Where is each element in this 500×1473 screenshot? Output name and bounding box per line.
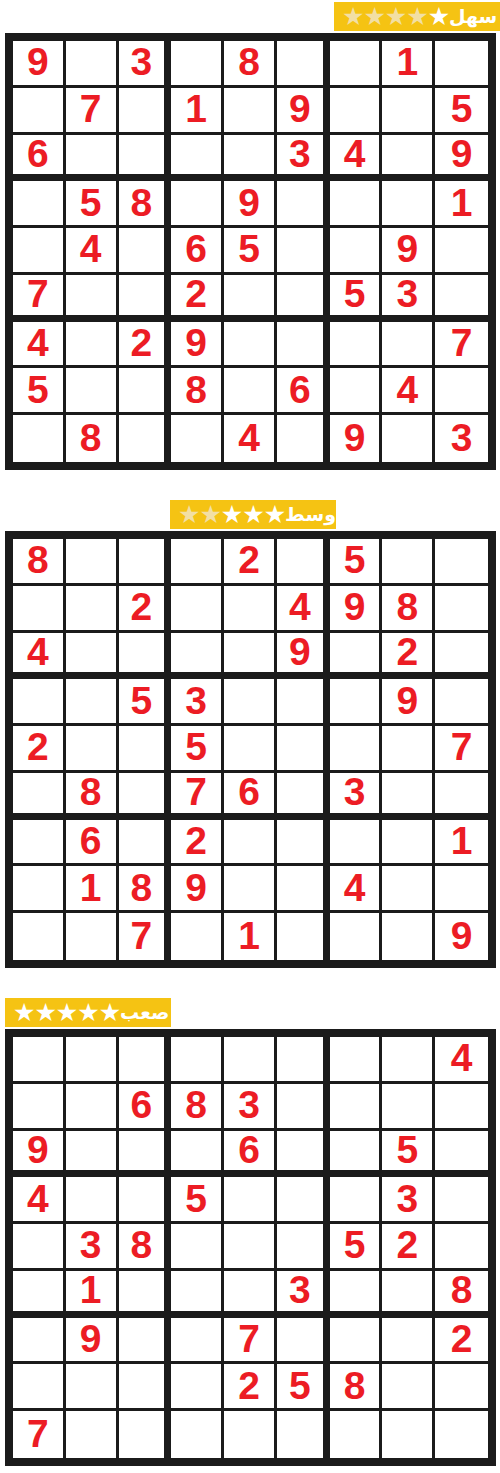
given-digit: 2 [396, 632, 418, 671]
cell-r4c3: 5 [119, 679, 172, 726]
cell-r7c5: 7 [224, 1318, 277, 1365]
cell-r5c3[interactable] [119, 228, 172, 275]
given-digit: 4 [289, 587, 311, 626]
difficulty-badge-hard: ★★★★★ صعب [5, 998, 171, 1027]
given-digit: 9 [289, 89, 311, 128]
cell-r5c8: 2 [382, 1224, 435, 1271]
cell-r8c7: 4 [330, 866, 383, 913]
cell-r9c9: 9 [435, 913, 488, 960]
cell-r3c4[interactable] [171, 633, 224, 680]
cell-r2c8[interactable] [382, 1084, 435, 1131]
given-digit: 5 [344, 274, 366, 313]
given-digit: 6 [238, 772, 260, 811]
cell-r3c8: 5 [382, 1131, 435, 1178]
given-digit: 4 [396, 370, 418, 409]
cell-r7c6[interactable] [277, 820, 330, 867]
star-filled-icon: ★ [428, 2, 449, 31]
cell-r3c6[interactable] [277, 1131, 330, 1178]
cell-r3c8: 2 [382, 633, 435, 680]
cell-r7c8[interactable] [382, 1318, 435, 1365]
cell-r7c9: 7 [435, 322, 488, 369]
cell-r6c6[interactable] [277, 773, 330, 820]
given-digit: 8 [131, 868, 153, 907]
cell-r6c3[interactable] [119, 275, 172, 322]
cell-r3c3[interactable] [119, 1131, 172, 1178]
cell-r6c7: 3 [330, 773, 383, 820]
cell-r6c8[interactable] [382, 773, 435, 820]
cell-r7c1[interactable] [13, 1318, 66, 1365]
given-digit: 2 [451, 1319, 473, 1358]
cell-r2c6[interactable] [277, 1084, 330, 1131]
cell-r1c9[interactable] [435, 539, 488, 586]
cell-r3c4[interactable] [171, 1131, 224, 1178]
cell-r6c4[interactable] [171, 1271, 224, 1318]
cell-r6c1[interactable] [13, 773, 66, 820]
cell-r6c5[interactable] [224, 275, 277, 322]
star-filled-icon: ★ [264, 500, 285, 529]
given-digit: 9 [80, 1319, 102, 1358]
cell-r3c2[interactable] [66, 1131, 119, 1178]
cell-r5c6[interactable] [277, 726, 330, 773]
cell-r6c9[interactable] [435, 773, 488, 820]
cell-r5c2[interactable] [66, 726, 119, 773]
cell-r6c8: 3 [382, 275, 435, 322]
cell-r8c9[interactable] [435, 368, 488, 415]
cell-r1c7[interactable] [330, 41, 383, 88]
cell-r6c7: 5 [330, 275, 383, 322]
given-digit: 1 [80, 1270, 102, 1309]
cell-r6c1[interactable] [13, 1271, 66, 1318]
cell-r7c4[interactable] [171, 1318, 224, 1365]
cell-r1c2[interactable] [66, 41, 119, 88]
cell-r9c3[interactable] [119, 415, 172, 462]
star-filled-icon: ★ [99, 998, 120, 1027]
cell-r4c9[interactable] [435, 679, 488, 726]
cell-r6c4: 2 [171, 275, 224, 322]
cell-r3c4[interactable] [171, 135, 224, 182]
cell-r2c3[interactable] [119, 88, 172, 135]
given-digit: 2 [185, 821, 207, 860]
cell-r6c2: 8 [66, 773, 119, 820]
cell-r1c5: 2 [224, 539, 277, 586]
cell-r6c5[interactable] [224, 1271, 277, 1318]
cell-r2c1[interactable] [13, 1084, 66, 1131]
cell-r2c2[interactable] [66, 1084, 119, 1131]
cell-r8c3[interactable] [119, 368, 172, 415]
cell-r6c3[interactable] [119, 1271, 172, 1318]
star-empty-icon: ★ [363, 2, 384, 31]
cell-r8c8[interactable] [382, 1364, 435, 1411]
cell-r4c3: 8 [119, 181, 172, 228]
cell-r5c5[interactable] [224, 726, 277, 773]
cell-r1c1[interactable] [13, 1037, 66, 1084]
cell-r1c8[interactable] [382, 1037, 435, 1084]
cell-r2c5[interactable] [224, 586, 277, 633]
cell-r5c6[interactable] [277, 1224, 330, 1271]
cell-r5c9[interactable] [435, 1224, 488, 1271]
cell-r8c3[interactable] [119, 1364, 172, 1411]
cell-r9c5: 4 [224, 415, 277, 462]
given-digit: 3 [289, 1270, 311, 1309]
cell-r1c8: 1 [382, 41, 435, 88]
cell-r3c2[interactable] [66, 135, 119, 182]
cell-r9c7[interactable] [330, 913, 383, 960]
cell-r9c4[interactable] [171, 913, 224, 960]
cell-r3c9[interactable] [435, 1131, 488, 1178]
given-digit: 8 [27, 540, 49, 579]
cell-r5c6[interactable] [277, 228, 330, 275]
given-digit: 6 [185, 229, 207, 268]
cell-r7c1[interactable] [13, 820, 66, 867]
cell-r1c5[interactable] [224, 1037, 277, 1084]
cell-r5c5: 5 [224, 228, 277, 275]
given-digit: 9 [396, 681, 418, 720]
cell-r9c4[interactable] [171, 415, 224, 462]
cell-r5c9[interactable] [435, 228, 488, 275]
cell-r8c8[interactable] [382, 866, 435, 913]
cell-r3c9[interactable] [435, 633, 488, 680]
cell-r4c4[interactable] [171, 181, 224, 228]
cell-r4c4: 5 [171, 1177, 224, 1224]
cell-r1c4[interactable] [171, 539, 224, 586]
cell-r4c9: 1 [435, 181, 488, 228]
given-digit: 8 [238, 42, 260, 81]
given-digit: 1 [451, 183, 473, 222]
cell-r6c2[interactable] [66, 275, 119, 322]
star-empty-icon: ★ [199, 500, 220, 529]
cell-r3c3[interactable] [119, 135, 172, 182]
star-filled-icon: ★ [242, 500, 263, 529]
cell-r1c6[interactable] [277, 539, 330, 586]
given-digit: 8 [80, 772, 102, 811]
given-digit: 6 [238, 1130, 260, 1169]
cell-r8c9[interactable] [435, 866, 488, 913]
cell-r5c1[interactable] [13, 228, 66, 275]
given-digit: 3 [80, 1225, 102, 1264]
cell-r1c6[interactable] [277, 1037, 330, 1084]
cell-r7c2[interactable] [66, 322, 119, 369]
given-digit: 5 [344, 1225, 366, 1264]
cell-r8c2[interactable] [66, 368, 119, 415]
cell-r2c1[interactable] [13, 586, 66, 633]
star-rating-hard: ★★★★★ [13, 998, 120, 1027]
given-digit: 2 [238, 1366, 260, 1405]
given-digit: 7 [238, 1319, 260, 1358]
given-digit: 2 [238, 540, 260, 579]
cell-r5c3[interactable] [119, 726, 172, 773]
cell-r2c9[interactable] [435, 1084, 488, 1131]
cell-r8c8: 4 [382, 368, 435, 415]
cell-r2c5[interactable] [224, 88, 277, 135]
cell-r3c5: 6 [224, 1131, 277, 1178]
given-digit: 5 [289, 1366, 311, 1405]
sudoku-page: ★★★★★ سهل 938171956349589146597253429758… [0, 0, 500, 1473]
cell-r1c9[interactable] [435, 41, 488, 88]
cell-r4c8: 9 [382, 679, 435, 726]
given-digit: 8 [185, 370, 207, 409]
cell-r2c6: 4 [277, 586, 330, 633]
cell-r7c8[interactable] [382, 820, 435, 867]
cell-r7c7[interactable] [330, 322, 383, 369]
cell-r9c2[interactable] [66, 1411, 119, 1458]
cell-r6c5: 6 [224, 773, 277, 820]
given-digit: 4 [80, 229, 102, 268]
cell-r7c3: 2 [119, 322, 172, 369]
cell-r9c2[interactable] [66, 913, 119, 960]
cell-r1c3[interactable] [119, 1037, 172, 1084]
given-digit: 1 [238, 916, 260, 955]
cell-r4c7[interactable] [330, 181, 383, 228]
star-filled-icon: ★ [221, 500, 242, 529]
cell-r2c4: 8 [171, 1084, 224, 1131]
cell-r9c5[interactable] [224, 1411, 277, 1458]
cell-r4c1: 4 [13, 1177, 66, 1224]
cell-r7c7[interactable] [330, 1318, 383, 1365]
given-digit: 2 [396, 1225, 418, 1264]
cell-r1c4[interactable] [171, 1037, 224, 1084]
given-digit: 1 [396, 42, 418, 81]
given-digit: 9 [289, 632, 311, 671]
cell-r2c7[interactable] [330, 1084, 383, 1131]
given-digit: 8 [80, 418, 102, 457]
cell-r3c3[interactable] [119, 633, 172, 680]
cell-r8c4: 8 [171, 368, 224, 415]
given-digit: 5 [27, 370, 49, 409]
cell-r6c3[interactable] [119, 773, 172, 820]
given-digit: 4 [344, 134, 366, 173]
cell-r4c7[interactable] [330, 679, 383, 726]
cell-r8c5[interactable] [224, 368, 277, 415]
cell-r3c6: 9 [277, 633, 330, 680]
cell-r9c4[interactable] [171, 1411, 224, 1458]
cell-r5c4[interactable] [171, 1224, 224, 1271]
given-digit: 7 [451, 323, 473, 362]
given-digit: 5 [80, 183, 102, 222]
cell-r1c3: 3 [119, 41, 172, 88]
cell-r7c5[interactable] [224, 322, 277, 369]
cell-r9c6[interactable] [277, 415, 330, 462]
cell-r9c8[interactable] [382, 415, 435, 462]
given-digit: 5 [396, 1130, 418, 1169]
cell-r5c1[interactable] [13, 1224, 66, 1271]
cell-r1c3[interactable] [119, 539, 172, 586]
given-digit: 7 [27, 274, 49, 313]
cell-r2c3: 6 [119, 1084, 172, 1131]
cell-r8c5[interactable] [224, 866, 277, 913]
given-digit: 4 [238, 418, 260, 457]
cell-r7c8[interactable] [382, 322, 435, 369]
given-digit: 4 [27, 632, 49, 671]
star-filled-icon: ★ [34, 998, 55, 1027]
cell-r3c7[interactable] [330, 633, 383, 680]
cell-r1c8[interactable] [382, 539, 435, 586]
cell-r7c7[interactable] [330, 820, 383, 867]
cell-r2c5: 3 [224, 1084, 277, 1131]
cell-r4c5: 9 [224, 181, 277, 228]
cell-r1c2[interactable] [66, 539, 119, 586]
cell-r9c1[interactable] [13, 415, 66, 462]
cell-r6c1: 7 [13, 275, 66, 322]
cell-r7c3[interactable] [119, 1318, 172, 1365]
cell-r9c8[interactable] [382, 1411, 435, 1458]
cell-r8c6: 5 [277, 1364, 330, 1411]
given-digit: 7 [27, 1414, 49, 1453]
cell-r6c6[interactable] [277, 275, 330, 322]
cell-r2c9[interactable] [435, 586, 488, 633]
given-digit: 4 [27, 1179, 49, 1218]
cell-r8c2[interactable] [66, 1364, 119, 1411]
cell-r4c6[interactable] [277, 1177, 330, 1224]
given-digit: 8 [131, 1225, 153, 1264]
cell-r9c3[interactable] [119, 1411, 172, 1458]
cell-r3c5[interactable] [224, 633, 277, 680]
cell-r8c1: 5 [13, 368, 66, 415]
cell-r2c7[interactable] [330, 88, 383, 135]
cell-r9c5: 1 [224, 913, 277, 960]
cell-r5c5[interactable] [224, 1224, 277, 1271]
given-digit: 8 [451, 1270, 473, 1309]
cell-r5c7[interactable] [330, 726, 383, 773]
cell-r3c5[interactable] [224, 135, 277, 182]
cell-r3c7[interactable] [330, 1131, 383, 1178]
cell-r5c8: 9 [382, 228, 435, 275]
cell-r2c8: 8 [382, 586, 435, 633]
given-digit: 3 [344, 772, 366, 811]
given-digit: 3 [451, 418, 473, 457]
cell-r8c5: 2 [224, 1364, 277, 1411]
cell-r4c8[interactable] [382, 181, 435, 228]
cell-r2c1[interactable] [13, 88, 66, 135]
cell-r8c4[interactable] [171, 1364, 224, 1411]
cell-r5c2: 3 [66, 1224, 119, 1271]
cell-r5c7[interactable] [330, 228, 383, 275]
star-filled-icon: ★ [13, 998, 34, 1027]
cell-r6c8[interactable] [382, 1271, 435, 1318]
cell-r3c2[interactable] [66, 633, 119, 680]
given-digit: 8 [344, 1366, 366, 1405]
cell-r1c2[interactable] [66, 1037, 119, 1084]
cell-r6c9[interactable] [435, 275, 488, 322]
given-digit: 3 [396, 274, 418, 313]
cell-r7c5[interactable] [224, 820, 277, 867]
cell-r1c5: 8 [224, 41, 277, 88]
cell-r9c8[interactable] [382, 913, 435, 960]
sudoku-board-easy: 938171956349589146597253429758648493 [5, 33, 496, 470]
given-digit: 5 [185, 1179, 207, 1218]
cell-r9c1[interactable] [13, 913, 66, 960]
cell-r4c2[interactable] [66, 1177, 119, 1224]
cell-r9c7[interactable] [330, 1411, 383, 1458]
given-digit: 5 [344, 540, 366, 579]
cell-r9c9: 3 [435, 415, 488, 462]
cell-r9c6[interactable] [277, 1411, 330, 1458]
cell-r1c7[interactable] [330, 1037, 383, 1084]
given-digit: 7 [131, 916, 153, 955]
cell-r9c1: 7 [13, 1411, 66, 1458]
cell-r1c1: 8 [13, 539, 66, 586]
cell-r4c2[interactable] [66, 679, 119, 726]
cell-r8c1[interactable] [13, 1364, 66, 1411]
cell-r7c6[interactable] [277, 322, 330, 369]
cell-r4c1[interactable] [13, 679, 66, 726]
difficulty-badge-easy: ★★★★★ سهل [334, 2, 500, 31]
cell-r4c4: 3 [171, 679, 224, 726]
cell-r8c1[interactable] [13, 866, 66, 913]
cell-r7c9: 1 [435, 820, 488, 867]
cell-r2c4: 1 [171, 88, 224, 135]
given-digit: 7 [80, 89, 102, 128]
given-digit: 9 [451, 916, 473, 955]
given-digit: 9 [396, 229, 418, 268]
cell-r4c9[interactable] [435, 1177, 488, 1224]
cell-r5c7: 5 [330, 1224, 383, 1271]
cell-r2c8[interactable] [382, 88, 435, 135]
cell-r4c6[interactable] [277, 679, 330, 726]
star-empty-icon: ★ [406, 2, 427, 31]
given-digit: 6 [131, 1085, 153, 1124]
cell-r8c4: 9 [171, 866, 224, 913]
given-digit: 4 [344, 868, 366, 907]
cell-r3c1: 6 [13, 135, 66, 182]
cell-r2c4[interactable] [171, 586, 224, 633]
given-digit: 9 [344, 418, 366, 457]
given-digit: 9 [451, 134, 473, 173]
cell-r7c4: 2 [171, 820, 224, 867]
cell-r3c1: 9 [13, 1131, 66, 1178]
cell-r9c6[interactable] [277, 913, 330, 960]
star-rating-medium: ★★★★★ [178, 500, 285, 529]
cell-r4c6[interactable] [277, 181, 330, 228]
cell-r6c7[interactable] [330, 1271, 383, 1318]
cell-r3c9: 9 [435, 135, 488, 182]
cell-r1c6[interactable] [277, 41, 330, 88]
difficulty-badge-medium: ★★★★★ وسط [170, 500, 336, 529]
given-digit: 5 [238, 229, 260, 268]
cell-r9c9[interactable] [435, 1411, 488, 1458]
cell-r7c6[interactable] [277, 1318, 330, 1365]
given-digit: 1 [80, 868, 102, 907]
given-digit: 6 [80, 821, 102, 860]
cell-r5c8[interactable] [382, 726, 435, 773]
cell-r1c9: 4 [435, 1037, 488, 1084]
cell-r8c3: 8 [119, 866, 172, 913]
cell-r3c6: 3 [277, 135, 330, 182]
cell-r8c7[interactable] [330, 368, 383, 415]
cell-r9c7: 9 [330, 415, 383, 462]
cell-r8c7: 8 [330, 1364, 383, 1411]
cell-r4c7[interactable] [330, 1177, 383, 1224]
cell-r1c4[interactable] [171, 41, 224, 88]
given-digit: 9 [27, 42, 49, 81]
given-digit: 1 [451, 821, 473, 860]
cell-r2c3: 2 [119, 586, 172, 633]
cell-r8c9[interactable] [435, 1364, 488, 1411]
cell-r5c2: 4 [66, 228, 119, 275]
given-digit: 3 [185, 681, 207, 720]
given-digit: 2 [185, 274, 207, 313]
given-digit: 2 [131, 323, 153, 362]
cell-r3c8[interactable] [382, 135, 435, 182]
cell-r4c5[interactable] [224, 1177, 277, 1224]
cell-r4c3[interactable] [119, 1177, 172, 1224]
cell-r7c3[interactable] [119, 820, 172, 867]
cell-r8c6[interactable] [277, 866, 330, 913]
cell-r4c1[interactable] [13, 181, 66, 228]
cell-r4c5[interactable] [224, 679, 277, 726]
given-digit: 9 [344, 587, 366, 626]
cell-r2c2[interactable] [66, 586, 119, 633]
difficulty-label-hard: صعب [120, 998, 169, 1027]
